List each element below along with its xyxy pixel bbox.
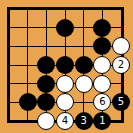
stone-white-move-2[interactable]: 2 (112, 56, 130, 74)
stone-white[interactable] (112, 37, 130, 55)
stone-white[interactable] (56, 75, 74, 93)
stone-black[interactable] (56, 56, 74, 74)
stone-white[interactable] (37, 112, 55, 130)
stone-black[interactable] (93, 19, 111, 37)
stone-white-move-4[interactable]: 4 (56, 112, 74, 130)
stone-black[interactable] (37, 75, 55, 93)
stone-white[interactable] (75, 75, 93, 93)
move-number-label: 1 (99, 116, 105, 126)
move-number-label: 6 (99, 97, 105, 107)
stone-black-move-1[interactable]: 1 (93, 112, 111, 130)
stone-black[interactable] (75, 56, 93, 74)
stone-white[interactable] (93, 75, 111, 93)
go-board-diagram: 265431 (0, 0, 133, 133)
move-number-label: 5 (118, 97, 124, 107)
stone-black-move-3[interactable]: 3 (75, 112, 93, 130)
move-number-label: 2 (118, 60, 124, 70)
move-number-label: 3 (80, 116, 86, 126)
stone-black-move-5[interactable]: 5 (112, 93, 130, 111)
stone-black[interactable] (56, 19, 74, 37)
move-number-label: 4 (62, 116, 68, 126)
stone-black[interactable] (19, 93, 37, 111)
